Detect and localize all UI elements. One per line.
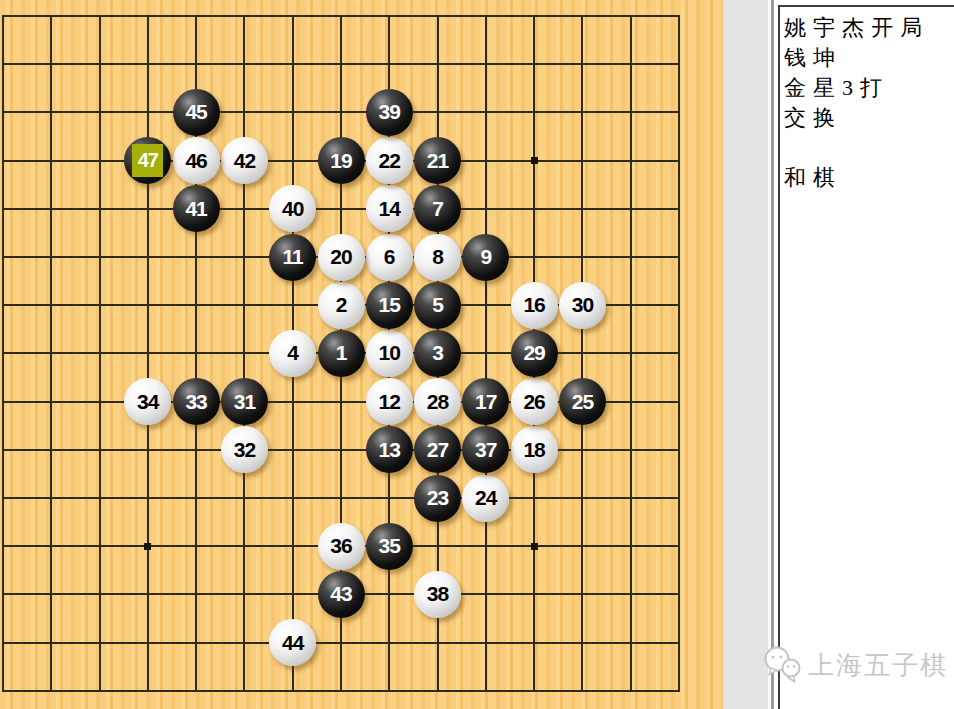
stone-3: 3 — [414, 330, 461, 377]
stone-28: 28 — [414, 378, 461, 425]
stone-43: 43 — [318, 571, 365, 618]
stone-21: 21 — [414, 137, 461, 184]
grid-line-horizontal — [2, 449, 680, 451]
stone-35: 35 — [366, 523, 413, 570]
note-line: 和棋 — [780, 163, 954, 193]
stone-34: 34 — [124, 378, 171, 425]
stone-12: 12 — [366, 378, 413, 425]
stone-31: 31 — [221, 378, 268, 425]
stone-13: 13 — [366, 426, 413, 473]
stone-18: 18 — [511, 426, 558, 473]
stone-20: 20 — [318, 234, 365, 281]
grid-line-vertical — [630, 15, 632, 692]
watermark-label: 上海五子棋 — [808, 648, 948, 683]
stone-36: 36 — [318, 523, 365, 570]
grid-line-horizontal — [2, 642, 680, 644]
stone-19: 19 — [318, 137, 365, 184]
grid-line-vertical — [678, 15, 680, 692]
stone-47: 47 — [124, 137, 171, 184]
stone-8: 8 — [414, 234, 461, 281]
game-notes: 姚宇杰开局钱坤金星3打交换 和棋 — [778, 5, 954, 709]
stone-22: 22 — [366, 137, 413, 184]
stone-24: 24 — [462, 475, 509, 522]
stone-25: 25 — [559, 378, 606, 425]
note-line: 金星3打 — [780, 73, 954, 103]
stone-5: 5 — [414, 282, 461, 329]
last-move-marker: 47 — [132, 144, 163, 177]
stone-27: 27 — [414, 426, 461, 473]
stone-10: 10 — [366, 330, 413, 377]
note-line — [780, 133, 954, 163]
stone-33: 33 — [173, 378, 220, 425]
star-point — [531, 543, 538, 550]
stone-16: 16 — [511, 282, 558, 329]
stone-32: 32 — [221, 426, 268, 473]
stone-30: 30 — [559, 282, 606, 329]
stone-7: 7 — [414, 185, 461, 232]
stone-38: 38 — [414, 571, 461, 618]
info-panel: 姚宇杰开局钱坤金星3打交换 和棋 — [774, 0, 954, 709]
stone-23: 23 — [414, 475, 461, 522]
stone-9: 9 — [462, 234, 509, 281]
grid-line-vertical — [485, 15, 487, 692]
stone-37: 37 — [462, 426, 509, 473]
grid-line-vertical — [581, 15, 583, 692]
stone-14: 14 — [366, 185, 413, 232]
stone-40: 40 — [269, 185, 316, 232]
stone-44: 44 — [269, 619, 316, 666]
watermark: 上海五子棋 — [762, 642, 954, 688]
note-line: 钱坤 — [780, 43, 954, 73]
goban[interactable]: 1234567891011121314151617181920212223242… — [0, 0, 723, 709]
stone-45: 45 — [173, 89, 220, 136]
star-point — [144, 543, 151, 550]
stone-29: 29 — [511, 330, 558, 377]
stone-6: 6 — [366, 234, 413, 281]
board-gutter — [723, 0, 768, 709]
stone-4: 4 — [269, 330, 316, 377]
stone-11: 11 — [269, 234, 316, 281]
stone-39: 39 — [366, 89, 413, 136]
stone-17: 17 — [462, 378, 509, 425]
stone-26: 26 — [511, 378, 558, 425]
grid-line-horizontal — [2, 690, 680, 692]
grid-line-horizontal — [2, 497, 680, 499]
wechat-icon — [762, 644, 804, 686]
stone-15: 15 — [366, 282, 413, 329]
stone-1: 1 — [318, 330, 365, 377]
note-line: 姚宇杰开局 — [780, 13, 954, 43]
stone-46: 46 — [173, 137, 220, 184]
stone-2: 2 — [318, 282, 365, 329]
stone-41: 41 — [173, 185, 220, 232]
star-point — [531, 157, 538, 164]
stone-42: 42 — [221, 137, 268, 184]
note-line: 交换 — [780, 103, 954, 133]
